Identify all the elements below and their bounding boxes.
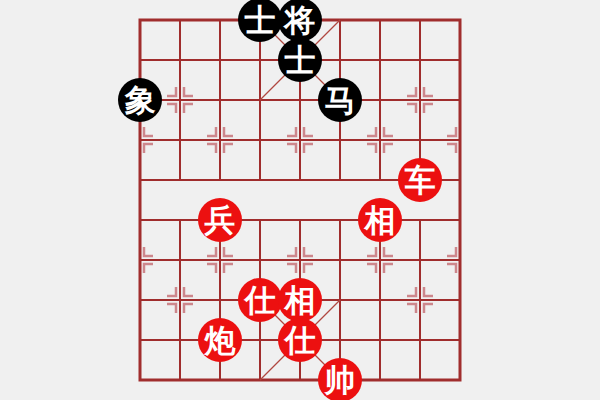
black-elephant-a8[interactable]: 象	[118, 78, 162, 122]
black-horse-f8[interactable]: 马	[318, 78, 362, 122]
black-advisor-e9[interactable]: 士	[278, 38, 322, 82]
black-general-e10[interactable]: 将	[278, 0, 322, 42]
black-advisor-d10[interactable]: 士	[238, 0, 282, 42]
pieces-layer[interactable]: 士将士象马车兵相仕相炮仕帅	[0, 0, 600, 400]
red-advisor-d3[interactable]: 仕	[238, 278, 282, 322]
red-elephant-g5[interactable]: 相	[358, 198, 402, 242]
red-general-f1[interactable]: 帅	[318, 358, 362, 400]
red-pawn-c5[interactable]: 兵	[198, 198, 242, 242]
red-chariot-h6[interactable]: 车	[398, 158, 442, 202]
xiangqi-board-screen: 士将士象马车兵相仕相炮仕帅	[0, 0, 600, 400]
red-elephant-e3[interactable]: 相	[278, 278, 322, 322]
red-advisor-e2[interactable]: 仕	[278, 318, 322, 362]
red-cannon-c2[interactable]: 炮	[198, 318, 242, 362]
